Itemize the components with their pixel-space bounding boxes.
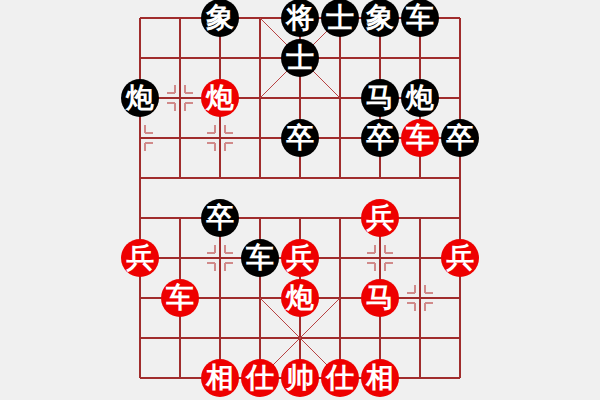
piece-red-soldier[interactable]: 兵 [281,239,319,277]
piece-red-cannon[interactable]: 炮 [201,79,239,117]
xiangqi-screenshot: 象将士象车士炮炮马炮卒卒车卒卒兵兵车兵兵车炮马相仕帅仕相 [0,0,600,400]
piece-red-soldier[interactable]: 兵 [361,199,399,237]
piece-red-general[interactable]: 帅 [281,359,319,397]
xiangqi-board: 象将士象车士炮炮马炮卒卒车卒卒兵兵车兵兵车炮马相仕帅仕相 [0,0,600,400]
piece-red-cannon[interactable]: 炮 [281,279,319,317]
piece-black-advisor[interactable]: 士 [321,0,359,37]
piece-black-soldier[interactable]: 卒 [281,119,319,157]
piece-black-chariot[interactable]: 车 [401,0,439,37]
piece-black-soldier[interactable]: 卒 [201,199,239,237]
piece-black-soldier[interactable]: 卒 [441,119,479,157]
piece-red-soldier[interactable]: 兵 [441,239,479,277]
piece-black-cannon[interactable]: 炮 [401,79,439,117]
piece-black-advisor[interactable]: 士 [281,39,319,77]
piece-red-soldier[interactable]: 兵 [121,239,159,277]
piece-black-elephant[interactable]: 象 [201,0,239,37]
piece-red-horse[interactable]: 马 [361,279,399,317]
piece-black-chariot[interactable]: 车 [241,239,279,277]
piece-red-chariot[interactable]: 车 [161,279,199,317]
piece-red-advisor[interactable]: 仕 [241,359,279,397]
piece-red-chariot[interactable]: 车 [401,119,439,157]
piece-black-soldier[interactable]: 卒 [361,119,399,157]
piece-black-general[interactable]: 将 [281,0,319,37]
piece-red-elephant[interactable]: 相 [201,359,239,397]
piece-black-cannon[interactable]: 炮 [121,79,159,117]
piece-black-horse[interactable]: 马 [361,79,399,117]
piece-red-elephant[interactable]: 相 [361,359,399,397]
piece-red-advisor[interactable]: 仕 [321,359,359,397]
pieces-layer: 象将士象车士炮炮马炮卒卒车卒卒兵兵车兵兵车炮马相仕帅仕相 [0,0,600,400]
piece-black-elephant[interactable]: 象 [361,0,399,37]
